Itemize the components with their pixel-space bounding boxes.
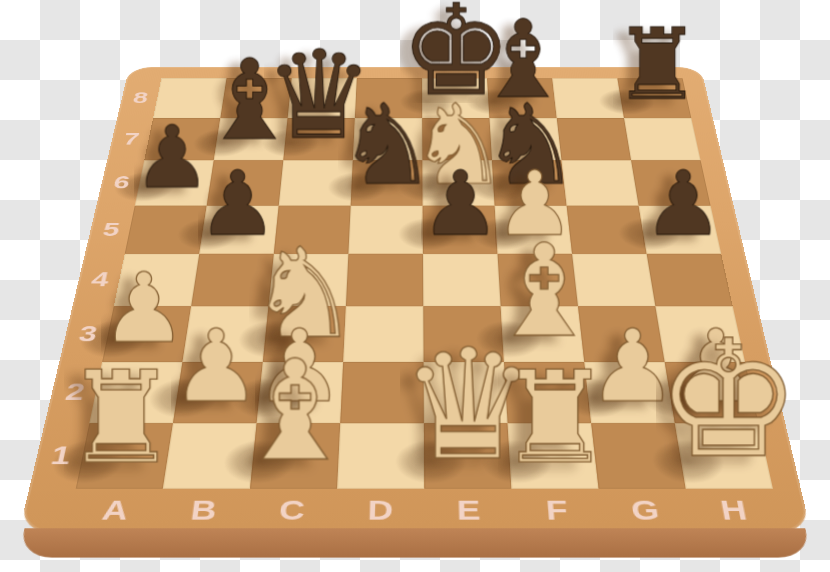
square-h5[interactable]: ♟ (639, 205, 722, 253)
piece-white-king[interactable]: ♚ (655, 319, 800, 481)
board-frame: ♚♝♜♝♛♟♞♞♞♟♟♟♟♟♞♝♟♟♟♟♜♝♛♜♚ 87654321ABCDEF… (19, 67, 811, 532)
square-h1[interactable]: ♚ (675, 423, 773, 489)
square-h8[interactable]: ♜ (617, 78, 691, 118)
file-label-e: E (451, 494, 487, 526)
piece-white-rook[interactable]: ♜ (497, 354, 611, 481)
square-f1[interactable]: ♜ (508, 423, 599, 489)
file-label-f: F (538, 494, 576, 526)
file-label-d: D (362, 494, 398, 526)
file-label-c: C (273, 494, 311, 526)
rank-label-5: 5 (94, 218, 128, 240)
file-label-g: G (625, 494, 665, 526)
rank-label-8: 8 (125, 89, 155, 107)
board-frame-edge (18, 528, 813, 558)
square-a5[interactable] (125, 205, 207, 253)
file-label-b: B (184, 494, 223, 526)
chess-scene: ♚♝♜♝♛♟♞♞♞♟♟♟♟♟♞♝♟♟♟♟♜♝♛♜♚ 87654321ABCDEF… (0, 0, 830, 572)
piece-black-pawn[interactable]: ♟ (643, 159, 723, 248)
file-label-h: H (713, 494, 755, 526)
square-h4[interactable] (647, 254, 733, 306)
board-grid: ♚♝♜♝♛♟♞♞♞♟♟♟♟♟♞♝♟♟♟♟♜♝♛♜♚ (76, 78, 773, 488)
square-a1[interactable]: ♜ (76, 423, 173, 489)
piece-white-bishop[interactable]: ♝ (232, 343, 356, 482)
square-c1[interactable]: ♝ (250, 423, 340, 489)
piece-black-rook[interactable]: ♜ (613, 15, 701, 113)
file-label-a: A (95, 494, 136, 526)
square-d5[interactable] (348, 205, 423, 253)
piece-white-rook[interactable]: ♜ (64, 354, 178, 481)
chess-board-3d: ♚♝♜♝♛♟♞♞♞♟♟♟♟♟♞♝♟♟♟♟♜♝♛♜♚ 87654321ABCDEF… (19, 67, 811, 532)
